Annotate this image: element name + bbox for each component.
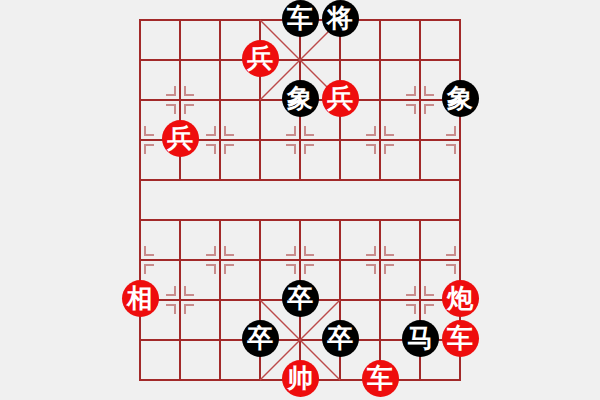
piece-disc: 炮 [442,280,479,317]
piece-red-elephant[interactable]: 相 [120,280,160,320]
piece-glyph: 卒 [247,325,273,351]
piece-red-cannon[interactable]: 炮 [440,280,480,320]
piece-red-soldier[interactable]: 兵 [160,120,200,160]
piece-glyph: 兵 [167,125,193,151]
piece-glyph: 帅 [287,365,313,391]
piece-black-elephant[interactable]: 象 [280,80,320,120]
piece-disc: 帅 [282,360,319,397]
piece-disc: 车 [362,360,399,397]
piece-glyph: 车 [367,365,393,391]
piece-disc: 车 [442,320,479,357]
piece-black-soldier[interactable]: 卒 [280,280,320,320]
piece-disc: 车 [282,0,319,37]
piece-glyph: 相 [127,285,153,311]
piece-glyph: 兵 [247,45,273,71]
piece-black-elephant[interactable]: 象 [440,80,480,120]
piece-disc: 卒 [242,320,279,357]
piece-glyph: 兵 [327,85,353,111]
piece-disc: 兵 [322,80,359,117]
piece-disc: 卒 [282,280,319,317]
piece-red-soldier[interactable]: 兵 [320,80,360,120]
pieces-layer: 车将兵象兵象兵相卒炮卒卒马车帅车 [120,0,480,400]
piece-glyph: 象 [287,85,313,111]
piece-black-general[interactable]: 将 [320,0,360,40]
piece-glyph: 卒 [287,285,313,311]
piece-disc: 将 [322,0,359,37]
piece-black-soldier[interactable]: 卒 [240,320,280,360]
piece-glyph: 车 [287,5,313,31]
piece-disc: 兵 [162,120,199,157]
xiangqi-board-screenshot: 车将兵象兵象兵相卒炮卒卒马车帅车 [0,0,600,400]
piece-red-soldier[interactable]: 兵 [240,40,280,80]
piece-black-horse[interactable]: 马 [400,320,440,360]
piece-glyph: 将 [327,5,353,31]
piece-disc: 象 [282,80,319,117]
piece-glyph: 卒 [327,325,353,351]
piece-black-chariot[interactable]: 车 [280,0,320,40]
piece-black-soldier[interactable]: 卒 [320,320,360,360]
piece-red-general[interactable]: 帅 [280,360,320,400]
piece-red-chariot[interactable]: 车 [440,320,480,360]
piece-disc: 卒 [322,320,359,357]
piece-disc: 马 [402,320,439,357]
piece-red-chariot[interactable]: 车 [360,360,400,400]
piece-glyph: 象 [447,85,473,111]
piece-disc: 兵 [242,40,279,77]
piece-glyph: 炮 [447,285,473,311]
piece-disc: 相 [122,280,159,317]
piece-glyph: 马 [407,325,433,351]
piece-disc: 象 [442,80,479,117]
piece-glyph: 车 [447,325,473,351]
